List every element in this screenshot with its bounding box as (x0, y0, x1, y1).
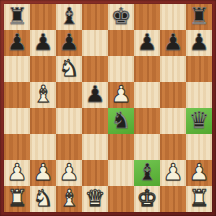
square-g5[interactable] (160, 82, 186, 108)
square-h1[interactable]: ♜ (186, 186, 212, 212)
black-pawn-d5[interactable]: ♟ (85, 81, 106, 107)
black-rook-h8[interactable]: ♜ (189, 3, 210, 29)
white-rook-h1[interactable]: ♜ (189, 185, 210, 211)
square-e6[interactable] (108, 56, 134, 82)
black-pawn-h7[interactable]: ♟ (189, 29, 210, 55)
square-a6[interactable] (4, 56, 30, 82)
square-a3[interactable] (4, 134, 30, 160)
square-e1[interactable] (108, 186, 134, 212)
black-pawn-c7[interactable]: ♟ (59, 29, 80, 55)
square-g7[interactable]: ♟ (160, 30, 186, 56)
square-a4[interactable] (4, 108, 30, 134)
square-b7[interactable]: ♟ (30, 30, 56, 56)
square-f6[interactable] (134, 56, 160, 82)
square-c3[interactable] (56, 134, 82, 160)
black-rook-a8[interactable]: ♜ (7, 3, 28, 29)
black-king-e8[interactable]: ♚ (111, 3, 132, 29)
black-knight-e4[interactable]: ♞ (111, 107, 132, 133)
black-queen-h4[interactable]: ♛ (189, 107, 210, 133)
square-a2[interactable]: ♟ (4, 160, 30, 186)
white-pawn-h2[interactable]: ♟ (189, 159, 210, 185)
square-d2[interactable] (82, 160, 108, 186)
square-h7[interactable]: ♟ (186, 30, 212, 56)
square-f1[interactable]: ♚ (134, 186, 160, 212)
black-pawn-f7[interactable]: ♟ (137, 29, 158, 55)
square-h6[interactable] (186, 56, 212, 82)
square-e3[interactable] (108, 134, 134, 160)
black-pawn-g7[interactable]: ♟ (163, 29, 184, 55)
square-g6[interactable] (160, 56, 186, 82)
square-d8[interactable] (82, 4, 108, 30)
square-e5[interactable]: ♟ (108, 82, 134, 108)
board-frame: ♜♝♚♜♟♟♟♟♟♟♞♝♟♟♞♛♟♟♟♝♟♟♜♞♝♛♚♜ (0, 0, 216, 216)
square-b8[interactable] (30, 4, 56, 30)
square-a7[interactable]: ♟ (4, 30, 30, 56)
square-h8[interactable]: ♜ (186, 4, 212, 30)
white-pawn-g2[interactable]: ♟ (163, 159, 184, 185)
white-pawn-b2[interactable]: ♟ (33, 159, 54, 185)
white-bishop-b5[interactable]: ♝ (33, 81, 54, 107)
square-e8[interactable]: ♚ (108, 4, 134, 30)
square-g3[interactable] (160, 134, 186, 160)
white-bishop-c1[interactable]: ♝ (59, 185, 80, 211)
black-bishop-c8[interactable]: ♝ (59, 3, 80, 29)
square-e2[interactable] (108, 160, 134, 186)
square-h2[interactable]: ♟ (186, 160, 212, 186)
white-pawn-e5[interactable]: ♟ (111, 81, 132, 107)
square-b6[interactable] (30, 56, 56, 82)
square-c1[interactable]: ♝ (56, 186, 82, 212)
square-b3[interactable] (30, 134, 56, 160)
square-e4[interactable]: ♞ (108, 108, 134, 134)
white-rook-a1[interactable]: ♜ (7, 185, 28, 211)
square-d5[interactable]: ♟ (82, 82, 108, 108)
square-h3[interactable] (186, 134, 212, 160)
white-queen-d1[interactable]: ♛ (85, 185, 106, 211)
square-f8[interactable] (134, 4, 160, 30)
square-e7[interactable] (108, 30, 134, 56)
square-d3[interactable] (82, 134, 108, 160)
square-h4[interactable]: ♛ (186, 108, 212, 134)
square-a1[interactable]: ♜ (4, 186, 30, 212)
black-bishop-f2[interactable]: ♝ (137, 159, 158, 185)
square-f5[interactable] (134, 82, 160, 108)
square-c2[interactable]: ♟ (56, 160, 82, 186)
square-g2[interactable]: ♟ (160, 160, 186, 186)
square-c7[interactable]: ♟ (56, 30, 82, 56)
white-knight-c6[interactable]: ♞ (59, 55, 80, 81)
square-d1[interactable]: ♛ (82, 186, 108, 212)
square-b2[interactable]: ♟ (30, 160, 56, 186)
square-a5[interactable] (4, 82, 30, 108)
square-d7[interactable] (82, 30, 108, 56)
square-c6[interactable]: ♞ (56, 56, 82, 82)
square-f7[interactable]: ♟ (134, 30, 160, 56)
square-b4[interactable] (30, 108, 56, 134)
square-c5[interactable] (56, 82, 82, 108)
black-pawn-a7[interactable]: ♟ (7, 29, 28, 55)
black-pawn-b7[interactable]: ♟ (33, 29, 54, 55)
square-d4[interactable] (82, 108, 108, 134)
square-d6[interactable] (82, 56, 108, 82)
white-king-f1[interactable]: ♚ (137, 185, 158, 211)
chess-board: ♜♝♚♜♟♟♟♟♟♟♞♝♟♟♞♛♟♟♟♝♟♟♜♞♝♛♚♜ (4, 4, 212, 212)
square-b5[interactable]: ♝ (30, 82, 56, 108)
square-c8[interactable]: ♝ (56, 4, 82, 30)
square-g8[interactable] (160, 4, 186, 30)
square-f4[interactable] (134, 108, 160, 134)
square-b1[interactable]: ♞ (30, 186, 56, 212)
white-knight-b1[interactable]: ♞ (33, 185, 54, 211)
square-g1[interactable] (160, 186, 186, 212)
square-c4[interactable] (56, 108, 82, 134)
square-a8[interactable]: ♜ (4, 4, 30, 30)
square-h5[interactable] (186, 82, 212, 108)
white-pawn-c2[interactable]: ♟ (59, 159, 80, 185)
square-f2[interactable]: ♝ (134, 160, 160, 186)
square-g4[interactable] (160, 108, 186, 134)
white-pawn-a2[interactable]: ♟ (7, 159, 28, 185)
square-f3[interactable] (134, 134, 160, 160)
